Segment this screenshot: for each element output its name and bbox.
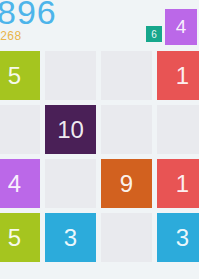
score-delta: 2268: [0, 29, 22, 43]
empty-cell[interactable]: [45, 51, 96, 100]
empty-cell[interactable]: [45, 159, 96, 208]
tile-4[interactable]: 4: [0, 159, 40, 208]
tile-5[interactable]: 5: [0, 51, 40, 100]
empty-cell[interactable]: [101, 105, 152, 154]
empty-cell[interactable]: [157, 105, 199, 154]
score-value: 896: [0, 0, 57, 31]
tile-10[interactable]: 10: [45, 105, 96, 154]
tile-5[interactable]: 5: [0, 213, 40, 262]
tile-3[interactable]: 3: [45, 213, 96, 262]
tile-1[interactable]: 1: [157, 51, 199, 100]
empty-cell[interactable]: [101, 51, 152, 100]
tile-9[interactable]: 9: [101, 159, 152, 208]
empty-cell[interactable]: [101, 213, 152, 262]
tile-3[interactable]: 3: [157, 213, 199, 262]
next-tile-small: 6: [146, 26, 162, 42]
next-tile-large: 4: [165, 9, 197, 45]
empty-cell[interactable]: [0, 105, 40, 154]
tile-1[interactable]: 1: [157, 159, 199, 208]
board: 5110491533: [0, 51, 199, 262]
